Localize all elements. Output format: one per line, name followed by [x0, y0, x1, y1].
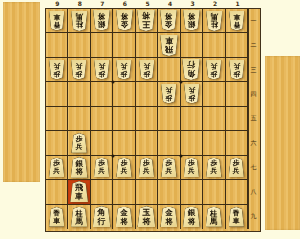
square-2e[interactable] — [203, 107, 225, 131]
rank-label: 二 — [248, 33, 259, 57]
square-9e[interactable] — [46, 107, 68, 131]
piece-kanji: 歩兵 — [94, 158, 110, 178]
piece-kanji: 桂馬 — [206, 207, 223, 227]
square-6b[interactable] — [113, 33, 135, 57]
rank-label: 四 — [248, 82, 259, 106]
square-2h[interactable] — [203, 180, 225, 204]
piece-3c-角行[interactable]: 角行 — [182, 59, 200, 80]
piece-3d-歩兵[interactable]: 歩兵 — [184, 84, 200, 104]
square-6d[interactable] — [113, 82, 135, 106]
piece-3i-銀将[interactable]: 銀将 — [183, 207, 200, 228]
square-5e[interactable] — [136, 107, 158, 131]
piece-9g-歩兵[interactable]: 歩兵 — [49, 158, 65, 178]
star-point — [179, 154, 182, 157]
piece-kanji: 歩兵 — [229, 158, 245, 178]
square-5g[interactable]: 歩兵 — [136, 156, 158, 180]
piece-7g-歩兵[interactable]: 歩兵 — [94, 158, 110, 178]
square-6i[interactable]: 金将 — [113, 205, 135, 229]
piece-kanji: 飛車 — [70, 181, 88, 202]
square-5f[interactable] — [136, 131, 158, 155]
piece-1i-香車[interactable]: 香車 — [229, 207, 245, 227]
piece-kanji: 歩兵 — [71, 133, 87, 153]
piece-kanji: 歩兵 — [49, 60, 65, 80]
piece-4a-金将[interactable]: 金将 — [160, 10, 177, 31]
file-label: 2 — [204, 0, 227, 8]
piece-8g-銀将[interactable]: 銀将 — [71, 157, 88, 178]
rank-labels: 一二三四五六七八九 — [248, 9, 259, 229]
piece-kanji: 王将 — [137, 10, 155, 31]
square-5h[interactable] — [136, 180, 158, 204]
rank-label: 九 — [248, 205, 259, 229]
square-9g[interactable]: 歩兵 — [46, 156, 68, 180]
piece-7a-銀将[interactable]: 銀将 — [93, 10, 110, 31]
piece-2i-桂馬[interactable]: 桂馬 — [206, 207, 223, 227]
piece-4i-金将[interactable]: 金将 — [160, 207, 177, 228]
square-1c[interactable]: 歩兵 — [226, 58, 248, 82]
square-8a[interactable]: 桂馬 — [68, 9, 90, 33]
piece-kanji: 歩兵 — [139, 60, 155, 80]
square-3c[interactable]: 角行 — [181, 58, 203, 82]
piece-8f-歩兵[interactable]: 歩兵 — [71, 133, 87, 153]
square-3b[interactable] — [181, 33, 203, 57]
square-7c[interactable]: 歩兵 — [91, 58, 113, 82]
piece-8h-飛車[interactable]: 飛車 — [70, 181, 88, 202]
file-label: 8 — [69, 0, 92, 8]
piece-5c-歩兵[interactable]: 歩兵 — [139, 60, 155, 80]
square-7f[interactable] — [91, 131, 113, 155]
piece-kanji: 歩兵 — [71, 60, 87, 80]
square-8h[interactable]: 飛車 — [68, 180, 90, 204]
square-5c[interactable]: 歩兵 — [136, 58, 158, 82]
piece-kanji: 歩兵 — [116, 158, 132, 178]
square-8c[interactable]: 歩兵 — [68, 58, 90, 82]
file-label: 3 — [181, 0, 204, 8]
sente-komadai — [265, 56, 300, 230]
piece-kanji: 角行 — [93, 206, 111, 227]
piece-kanji: 金将 — [160, 207, 177, 228]
square-1b[interactable] — [226, 33, 248, 57]
square-4d[interactable]: 歩兵 — [158, 82, 180, 106]
square-3e[interactable] — [181, 107, 203, 131]
piece-kanji: 歩兵 — [206, 60, 222, 80]
piece-3g-歩兵[interactable]: 歩兵 — [184, 158, 200, 178]
star-point — [112, 81, 115, 84]
piece-6i-金将[interactable]: 金将 — [116, 207, 133, 228]
square-2f[interactable] — [203, 131, 225, 155]
square-9h[interactable] — [46, 180, 68, 204]
piece-kanji: 桂馬 — [71, 11, 88, 31]
rank-label: 八 — [248, 180, 259, 204]
piece-kanji: 歩兵 — [229, 60, 245, 80]
piece-kanji: 桂馬 — [206, 11, 223, 31]
square-3g[interactable]: 歩兵 — [181, 156, 203, 180]
board-grid: 香車桂馬銀将金将王将金将銀将桂馬香車飛車歩兵歩兵歩兵歩兵歩兵角行歩兵歩兵歩兵歩兵… — [46, 9, 249, 229]
piece-6a-金将[interactable]: 金将 — [116, 10, 133, 31]
square-7e[interactable] — [91, 107, 113, 131]
square-8b[interactable] — [68, 33, 90, 57]
piece-kanji: 歩兵 — [161, 84, 177, 104]
file-label: 6 — [114, 0, 137, 8]
piece-8c-歩兵[interactable]: 歩兵 — [71, 60, 87, 80]
square-6e[interactable] — [113, 107, 135, 131]
square-9i[interactable]: 香車 — [46, 205, 68, 229]
piece-8a-桂馬[interactable]: 桂馬 — [71, 11, 88, 31]
piece-6c-歩兵[interactable]: 歩兵 — [116, 60, 132, 80]
square-9d[interactable] — [46, 82, 68, 106]
square-1h[interactable] — [226, 180, 248, 204]
piece-9i-香車[interactable]: 香車 — [49, 207, 65, 227]
piece-5i-玉将[interactable]: 玉将 — [137, 206, 155, 227]
square-4e[interactable] — [158, 107, 180, 131]
square-2b[interactable] — [203, 33, 225, 57]
square-4g[interactable]: 歩兵 — [158, 156, 180, 180]
piece-8i-桂馬[interactable]: 桂馬 — [71, 207, 88, 227]
piece-2g-歩兵[interactable]: 歩兵 — [206, 158, 222, 178]
square-1d[interactable] — [226, 82, 248, 106]
file-label: 5 — [136, 0, 159, 8]
piece-kanji: 歩兵 — [116, 60, 132, 80]
square-2g[interactable]: 歩兵 — [203, 156, 225, 180]
piece-kanji: 香車 — [229, 207, 245, 227]
square-8g[interactable]: 銀将 — [68, 156, 90, 180]
shogi-board: 香車桂馬銀将金将王将金将銀将桂馬香車飛車歩兵歩兵歩兵歩兵歩兵角行歩兵歩兵歩兵歩兵… — [45, 8, 261, 232]
piece-kanji: 銀将 — [71, 157, 88, 178]
piece-4d-歩兵[interactable]: 歩兵 — [161, 84, 177, 104]
piece-7c-歩兵[interactable]: 歩兵 — [94, 60, 110, 80]
piece-kanji: 歩兵 — [94, 60, 110, 80]
piece-1a-香車[interactable]: 香車 — [229, 11, 245, 31]
square-8d[interactable] — [68, 82, 90, 106]
square-4c[interactable] — [158, 58, 180, 82]
square-6h[interactable] — [113, 180, 135, 204]
piece-kanji: 香車 — [49, 207, 65, 227]
piece-kanji: 角行 — [182, 59, 200, 80]
square-3f[interactable] — [181, 131, 203, 155]
piece-2c-歩兵[interactable]: 歩兵 — [206, 60, 222, 80]
square-9f[interactable] — [46, 131, 68, 155]
gote-komadai — [3, 2, 40, 182]
square-3i[interactable]: 銀将 — [181, 205, 203, 229]
piece-kanji: 歩兵 — [139, 158, 155, 178]
square-4i[interactable]: 金将 — [158, 205, 180, 229]
piece-6g-歩兵[interactable]: 歩兵 — [116, 158, 132, 178]
piece-kanji: 金将 — [116, 207, 133, 228]
piece-kanji: 歩兵 — [206, 158, 222, 178]
file-label: 7 — [91, 0, 114, 8]
square-8f[interactable]: 歩兵 — [68, 131, 90, 155]
piece-kanji: 歩兵 — [49, 158, 65, 178]
rank-label: 五 — [248, 107, 259, 131]
file-label: 9 — [46, 0, 69, 8]
square-5b[interactable] — [136, 33, 158, 57]
square-3d[interactable]: 歩兵 — [181, 82, 203, 106]
piece-kanji: 歩兵 — [184, 158, 200, 178]
piece-1g-歩兵[interactable]: 歩兵 — [229, 158, 245, 178]
piece-kanji: 飛車 — [160, 35, 178, 56]
rank-label: 三 — [248, 58, 259, 82]
square-7a[interactable]: 銀将 — [91, 9, 113, 33]
rank-label: 七 — [248, 156, 259, 180]
square-2c[interactable]: 歩兵 — [203, 58, 225, 82]
piece-kanji: 香車 — [49, 11, 65, 31]
piece-9a-香車[interactable]: 香車 — [49, 11, 65, 31]
square-7b[interactable] — [91, 33, 113, 57]
piece-kanji: 香車 — [229, 11, 245, 31]
square-7i[interactable]: 角行 — [91, 205, 113, 229]
square-1i[interactable]: 香車 — [226, 205, 248, 229]
square-7h[interactable] — [91, 180, 113, 204]
square-7d[interactable] — [91, 82, 113, 106]
square-1g[interactable]: 歩兵 — [226, 156, 248, 180]
piece-3a-銀将[interactable]: 銀将 — [183, 10, 200, 31]
square-8i[interactable]: 桂馬 — [68, 205, 90, 229]
square-6f[interactable] — [113, 131, 135, 155]
piece-kanji: 銀将 — [93, 10, 110, 31]
piece-9c-歩兵[interactable]: 歩兵 — [49, 60, 65, 80]
piece-2a-桂馬[interactable]: 桂馬 — [206, 11, 223, 31]
square-5d[interactable] — [136, 82, 158, 106]
star-point — [179, 81, 182, 84]
square-4b[interactable]: 飛車 — [158, 33, 180, 57]
file-label: 4 — [159, 0, 182, 8]
square-3h[interactable] — [181, 180, 203, 204]
square-7g[interactable]: 歩兵 — [91, 156, 113, 180]
file-label: 1 — [226, 0, 249, 8]
rank-label: 六 — [248, 131, 259, 155]
square-5i[interactable]: 玉将 — [136, 205, 158, 229]
square-8e[interactable] — [68, 107, 90, 131]
square-4f[interactable] — [158, 131, 180, 155]
piece-1c-歩兵[interactable]: 歩兵 — [229, 60, 245, 80]
square-9b[interactable] — [46, 33, 68, 57]
square-2i[interactable]: 桂馬 — [203, 205, 225, 229]
square-5a[interactable]: 王将 — [136, 9, 158, 33]
star-point — [112, 154, 115, 157]
rank-label: 一 — [248, 9, 259, 33]
square-2a[interactable]: 桂馬 — [203, 9, 225, 33]
square-6c[interactable]: 歩兵 — [113, 58, 135, 82]
piece-kanji: 金将 — [160, 10, 177, 31]
square-1e[interactable] — [226, 107, 248, 131]
square-6a[interactable]: 金将 — [113, 9, 135, 33]
piece-4b-飛車[interactable]: 飛車 — [160, 35, 178, 56]
square-4h[interactable] — [158, 180, 180, 204]
piece-kanji: 桂馬 — [71, 207, 88, 227]
piece-kanji: 玉将 — [137, 206, 155, 227]
piece-4g-歩兵[interactable]: 歩兵 — [161, 158, 177, 178]
piece-kanji: 金将 — [116, 10, 133, 31]
square-3a[interactable]: 銀将 — [181, 9, 203, 33]
file-labels: 987654321 — [46, 0, 249, 8]
square-9a[interactable]: 香車 — [46, 9, 68, 33]
square-4a[interactable]: 金将 — [158, 9, 180, 33]
piece-kanji: 銀将 — [183, 10, 200, 31]
piece-kanji: 歩兵 — [161, 158, 177, 178]
piece-5g-歩兵[interactable]: 歩兵 — [139, 158, 155, 178]
square-1a[interactable]: 香車 — [226, 9, 248, 33]
piece-5a-王将[interactable]: 王将 — [137, 10, 155, 31]
piece-kanji: 歩兵 — [184, 84, 200, 104]
square-9c[interactable]: 歩兵 — [46, 58, 68, 82]
piece-7i-角行[interactable]: 角行 — [93, 206, 111, 227]
square-1f[interactable] — [226, 131, 248, 155]
square-2d[interactable] — [203, 82, 225, 106]
shogi-app: 987654321 香車桂馬銀将金将王将金将銀将桂馬香車飛車歩兵歩兵歩兵歩兵歩兵… — [0, 0, 300, 239]
piece-kanji: 銀将 — [183, 207, 200, 228]
square-6g[interactable]: 歩兵 — [113, 156, 135, 180]
